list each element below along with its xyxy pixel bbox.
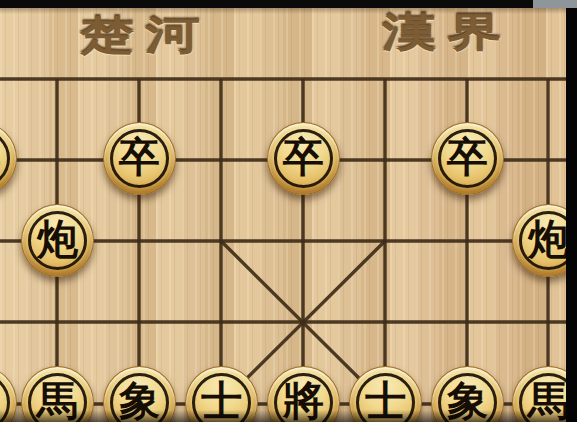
piece-glyph: 卒 <box>283 137 324 178</box>
top-letterbox-bar <box>0 0 533 8</box>
piece-glyph: 卒 <box>119 137 160 178</box>
piece-glyph: 卒 <box>447 137 488 178</box>
screenshot-root: 楚河 漢界 卒卒卒卒炮炮車馬象士將士象馬 <box>0 0 577 422</box>
pieces-layer: 卒卒卒卒炮炮車馬象士將士象馬 <box>0 0 577 422</box>
xiangqi-board[interactable]: 楚河 漢界 卒卒卒卒炮炮車馬象士將士象馬 <box>0 0 577 422</box>
right-letterbox-bar <box>566 8 577 422</box>
piece-black-soldier[interactable]: 卒 <box>0 122 17 195</box>
piece-black-soldier[interactable]: 卒 <box>431 122 504 195</box>
piece-glyph: 炮 <box>37 219 78 260</box>
piece-black-soldier[interactable]: 卒 <box>103 122 176 195</box>
piece-glyph: 炮 <box>528 219 569 260</box>
top-edge-shadow <box>0 8 577 14</box>
piece-black-soldier[interactable]: 卒 <box>267 122 340 195</box>
piece-black-cannon[interactable]: 炮 <box>21 204 94 277</box>
top-gray-bar-segment <box>533 0 577 8</box>
piece-glyph: 卒 <box>0 137 1 178</box>
bottom-edge-shadow <box>0 410 577 422</box>
